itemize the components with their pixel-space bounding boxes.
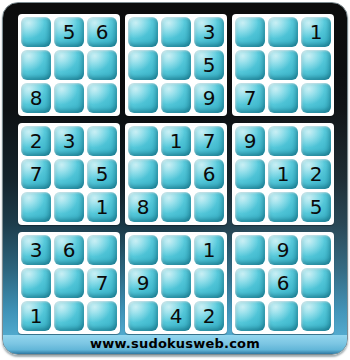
cell-r1c3[interactable]: 6	[87, 17, 117, 47]
cell-r7c5[interactable]	[161, 235, 191, 265]
cell-r5c9[interactable]: 2	[301, 159, 331, 189]
cell-r3c6[interactable]: 9	[194, 83, 224, 113]
cell-r6c7[interactable]	[235, 192, 265, 222]
website-link[interactable]: www.sudokusweb.com	[90, 336, 260, 351]
cell-r8c1[interactable]	[21, 268, 51, 298]
cell-r4c7[interactable]: 9	[235, 126, 265, 156]
box-3-2: 1942	[125, 232, 227, 334]
cell-r6c6[interactable]	[194, 192, 224, 222]
cell-r8c7[interactable]	[235, 268, 265, 298]
cell-r9c9[interactable]	[301, 301, 331, 331]
cell-r5c5[interactable]	[161, 159, 191, 189]
cell-r8c6[interactable]	[194, 268, 224, 298]
cell-r3c3[interactable]	[87, 83, 117, 113]
cell-r2c2[interactable]	[54, 50, 84, 80]
cell-r5c8[interactable]: 1	[268, 159, 298, 189]
cell-r5c4[interactable]	[128, 159, 158, 189]
cell-r9c4[interactable]	[128, 301, 158, 331]
cell-r5c1[interactable]: 7	[21, 159, 51, 189]
cell-r1c5[interactable]	[161, 17, 191, 47]
cell-r4c3[interactable]	[87, 126, 117, 156]
cell-r3c8[interactable]	[268, 83, 298, 113]
cell-r2c4[interactable]	[128, 50, 158, 80]
cell-r1c7[interactable]	[235, 17, 265, 47]
box-1-2: 359	[125, 14, 227, 116]
cell-r3c7[interactable]: 7	[235, 83, 265, 113]
box-1-3: 17	[232, 14, 334, 116]
cell-r9c7[interactable]	[235, 301, 265, 331]
cell-r7c1[interactable]: 3	[21, 235, 51, 265]
cell-r8c9[interactable]	[301, 268, 331, 298]
cell-r4c6[interactable]: 7	[194, 126, 224, 156]
cell-r4c2[interactable]: 3	[54, 126, 84, 156]
cell-r3c1[interactable]: 8	[21, 83, 51, 113]
cell-r5c2[interactable]	[54, 159, 84, 189]
cell-r8c8[interactable]: 6	[268, 268, 298, 298]
cell-r9c2[interactable]	[54, 301, 84, 331]
cell-r7c8[interactable]: 9	[268, 235, 298, 265]
cell-r6c9[interactable]: 5	[301, 192, 331, 222]
cell-r6c4[interactable]: 8	[128, 192, 158, 222]
box-3-3: 96	[232, 232, 334, 334]
cell-r1c1[interactable]	[21, 17, 51, 47]
cell-r4c5[interactable]: 1	[161, 126, 191, 156]
cell-r9c1[interactable]: 1	[21, 301, 51, 331]
cell-r2c1[interactable]	[21, 50, 51, 80]
sudoku-page: 5683591723751176891253671194296 www.sudo…	[0, 0, 350, 360]
cell-r6c8[interactable]	[268, 192, 298, 222]
cell-r4c1[interactable]: 2	[21, 126, 51, 156]
cell-r2c8[interactable]	[268, 50, 298, 80]
cell-r2c6[interactable]: 5	[194, 50, 224, 80]
cell-r2c5[interactable]	[161, 50, 191, 80]
board: 5683591723751176891253671194296	[3, 3, 348, 334]
cell-r8c5[interactable]	[161, 268, 191, 298]
cell-r6c2[interactable]	[54, 192, 84, 222]
cell-r2c9[interactable]	[301, 50, 331, 80]
cell-r8c4[interactable]: 9	[128, 268, 158, 298]
cell-r5c7[interactable]	[235, 159, 265, 189]
cell-r3c9[interactable]	[301, 83, 331, 113]
cell-r6c1[interactable]	[21, 192, 51, 222]
cell-r6c5[interactable]	[161, 192, 191, 222]
cell-r7c9[interactable]	[301, 235, 331, 265]
cell-r7c7[interactable]	[235, 235, 265, 265]
cell-r9c5[interactable]: 4	[161, 301, 191, 331]
cell-r4c9[interactable]	[301, 126, 331, 156]
cell-r3c2[interactable]	[54, 83, 84, 113]
cell-r8c2[interactable]	[54, 268, 84, 298]
cell-r1c6[interactable]: 3	[194, 17, 224, 47]
box-2-2: 1768	[125, 123, 227, 225]
cell-r1c4[interactable]	[128, 17, 158, 47]
cell-r8c3[interactable]: 7	[87, 268, 117, 298]
cell-r5c6[interactable]: 6	[194, 159, 224, 189]
cell-r6c3[interactable]: 1	[87, 192, 117, 222]
cell-r3c4[interactable]	[128, 83, 158, 113]
box-2-3: 9125	[232, 123, 334, 225]
cell-r4c4[interactable]	[128, 126, 158, 156]
cell-r5c3[interactable]: 5	[87, 159, 117, 189]
cell-r1c9[interactable]: 1	[301, 17, 331, 47]
cell-r9c3[interactable]	[87, 301, 117, 331]
cell-r7c2[interactable]: 6	[54, 235, 84, 265]
cell-r2c7[interactable]	[235, 50, 265, 80]
cell-r1c2[interactable]: 5	[54, 17, 84, 47]
box-2-1: 23751	[18, 123, 120, 225]
box-1-1: 568	[18, 14, 120, 116]
cell-r9c6[interactable]: 2	[194, 301, 224, 331]
cell-r3c5[interactable]	[161, 83, 191, 113]
cell-r4c8[interactable]	[268, 126, 298, 156]
cell-r7c3[interactable]	[87, 235, 117, 265]
cell-r1c8[interactable]	[268, 17, 298, 47]
cell-r7c4[interactable]	[128, 235, 158, 265]
footer-bar: www.sudokusweb.com	[3, 335, 347, 354]
cell-r7c6[interactable]: 1	[194, 235, 224, 265]
cell-r9c8[interactable]	[268, 301, 298, 331]
board-frame: 5683591723751176891253671194296 www.sudo…	[2, 2, 348, 355]
box-3-1: 3671	[18, 232, 120, 334]
cell-r2c3[interactable]	[87, 50, 117, 80]
